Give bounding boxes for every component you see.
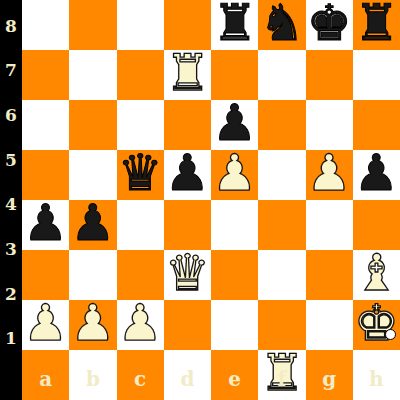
square-c6[interactable] (117, 100, 164, 150)
square-c2[interactable]: ♟ (117, 300, 164, 350)
piece-white-pawn[interactable]: ♟ (212, 148, 257, 198)
square-f8[interactable]: ♞ (258, 0, 305, 50)
square-b8[interactable] (69, 0, 116, 50)
square-g4[interactable] (306, 200, 353, 250)
piece-white-bishop[interactable]: ♝ (354, 248, 399, 298)
square-h8[interactable]: ♜ (353, 0, 400, 50)
rank-labels: 87654321 (0, 0, 22, 357)
piece-white-king[interactable]: ♚ (354, 298, 399, 348)
piece-black-rook[interactable]: ♜ (354, 0, 399, 48)
file-label-b: b (69, 357, 116, 400)
rank-label-8: 8 (0, 0, 22, 45)
square-f2[interactable] (258, 300, 305, 350)
piece-white-queen[interactable]: ♛ (165, 248, 210, 298)
square-h5[interactable]: ♟ (353, 150, 400, 200)
piece-white-pawn[interactable]: ♟ (70, 298, 115, 348)
square-h2[interactable]: ♚ (353, 300, 400, 350)
square-f7[interactable] (258, 50, 305, 100)
piece-black-pawn[interactable]: ♟ (23, 198, 68, 248)
piece-black-rook[interactable]: ♜ (212, 0, 257, 48)
square-e7[interactable] (211, 50, 258, 100)
square-c7[interactable] (117, 50, 164, 100)
square-h6[interactable] (353, 100, 400, 150)
square-b2[interactable]: ♟ (69, 300, 116, 350)
square-f4[interactable] (258, 200, 305, 250)
file-label-c: c (117, 357, 164, 400)
square-g5[interactable]: ♟ (306, 150, 353, 200)
square-g8[interactable]: ♚ (306, 0, 353, 50)
square-g7[interactable] (306, 50, 353, 100)
square-a7[interactable] (22, 50, 69, 100)
square-d2[interactable] (164, 300, 211, 350)
file-label-e: e (211, 357, 258, 400)
rank-label-5: 5 (0, 134, 22, 179)
square-e2[interactable] (211, 300, 258, 350)
rank-label-3: 3 (0, 223, 22, 268)
square-a2[interactable]: ♟ (22, 300, 69, 350)
rank-label-4: 4 (0, 179, 22, 224)
rank-label-2: 2 (0, 268, 22, 313)
square-g6[interactable] (306, 100, 353, 150)
square-a8[interactable] (22, 0, 69, 50)
file-label-h: h (353, 357, 400, 400)
square-h3[interactable]: ♝ (353, 250, 400, 300)
piece-black-pawn[interactable]: ♟ (354, 148, 399, 198)
square-a6[interactable] (22, 100, 69, 150)
file-labels: abcdefgh (22, 357, 400, 400)
piece-white-rook[interactable]: ♜ (165, 48, 210, 98)
square-a5[interactable] (22, 150, 69, 200)
square-b3[interactable] (69, 250, 116, 300)
square-c4[interactable] (117, 200, 164, 250)
piece-black-queen[interactable]: ♛ (118, 148, 163, 198)
piece-black-pawn[interactable]: ♟ (70, 198, 115, 248)
square-f5[interactable] (258, 150, 305, 200)
square-b7[interactable] (69, 50, 116, 100)
chess-board: ♜♞♚♜♜♟♛♟♟♟♟♟♟♛♝♟♟♟♚♜ (22, 0, 400, 357)
square-c3[interactable] (117, 250, 164, 300)
piece-black-king[interactable]: ♚ (307, 0, 352, 48)
square-e8[interactable]: ♜ (211, 0, 258, 50)
file-label-g: g (306, 357, 353, 400)
side-to-move-indicator (385, 329, 396, 340)
square-h4[interactable] (353, 200, 400, 250)
square-h7[interactable] (353, 50, 400, 100)
square-b4[interactable]: ♟ (69, 200, 116, 250)
square-a4[interactable]: ♟ (22, 200, 69, 250)
square-e5[interactable]: ♟ (211, 150, 258, 200)
square-d8[interactable] (164, 0, 211, 50)
square-e4[interactable] (211, 200, 258, 250)
square-f6[interactable] (258, 100, 305, 150)
square-d5[interactable]: ♟ (164, 150, 211, 200)
square-g3[interactable] (306, 250, 353, 300)
file-label-a: a (22, 357, 69, 400)
piece-white-pawn[interactable]: ♟ (307, 148, 352, 198)
piece-black-knight[interactable]: ♞ (259, 0, 304, 48)
piece-white-pawn[interactable]: ♟ (23, 298, 68, 348)
rank-label-1: 1 (0, 312, 22, 357)
square-d3[interactable]: ♛ (164, 250, 211, 300)
file-label-d: d (164, 357, 211, 400)
square-d4[interactable] (164, 200, 211, 250)
square-a3[interactable] (22, 250, 69, 300)
rank-label-7: 7 (0, 45, 22, 90)
piece-white-pawn[interactable]: ♟ (118, 298, 163, 348)
square-f3[interactable] (258, 250, 305, 300)
square-d6[interactable] (164, 100, 211, 150)
file-label-f: f (258, 357, 305, 400)
square-c5[interactable]: ♛ (117, 150, 164, 200)
piece-black-pawn[interactable]: ♟ (165, 148, 210, 198)
square-c8[interactable] (117, 0, 164, 50)
square-b6[interactable] (69, 100, 116, 150)
square-g2[interactable] (306, 300, 353, 350)
rank-label-6: 6 (0, 89, 22, 134)
square-b5[interactable] (69, 150, 116, 200)
square-d7[interactable]: ♜ (164, 50, 211, 100)
square-e3[interactable] (211, 250, 258, 300)
square-e6[interactable]: ♟ (211, 100, 258, 150)
piece-black-pawn[interactable]: ♟ (212, 98, 257, 148)
